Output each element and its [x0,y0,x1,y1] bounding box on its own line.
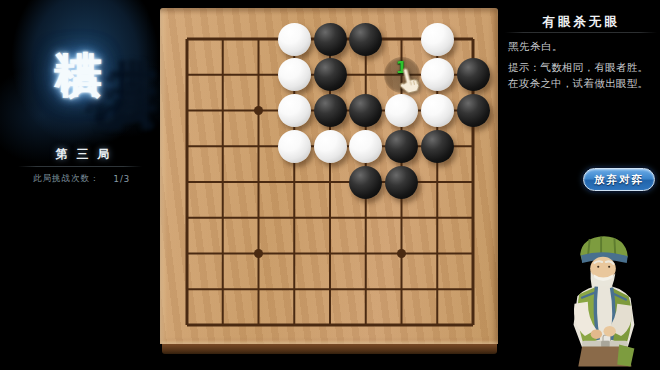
stone-white [278,23,311,56]
attempts-row: 此局挑战次数： 1/3 [33,173,138,185]
round-label: 第三局 [0,146,165,163]
stone-white [278,130,311,163]
stone-white [385,94,418,127]
stone-white [421,58,454,91]
attempts-label: 此局挑战次数： [33,173,100,185]
puzzle-hint: 提示：气数相同，有眼者胜。在攻杀之中，试着做出眼型。 [508,60,657,92]
puzzle-mode-title: 诘棋 [56,12,101,157]
stone-black [314,94,347,127]
stone-white [314,130,347,163]
stone-black [385,166,418,199]
right-divider [505,32,657,33]
stone-white [421,23,454,56]
stone-black [457,58,490,91]
give-up-button[interactable]: 放弃对弈 [583,168,655,191]
stone-black [314,23,347,56]
go-board[interactable]: 1 [160,8,498,354]
game-screen: 诘棋 诘棋 第三局 此局挑战次数： 1/3 1 有眼杀无眼 黑先杀白。 提示：气… [0,0,660,370]
puzzle-objective: 黑先杀白。 [508,40,656,54]
stone-black [385,130,418,163]
stone-white [278,94,311,127]
stone-white [278,58,311,91]
stone-black [314,58,347,91]
attempts-value: 1/3 [114,174,131,184]
left-divider [18,166,142,167]
stone-black [349,166,382,199]
stone-black [349,23,382,56]
board-side-edge [162,344,497,354]
npc-character-illustration [546,228,660,370]
puzzle-title: 有眼杀无眼 [505,14,657,31]
stone-white [349,130,382,163]
hint-marker[interactable]: 1 [384,57,420,93]
stone-white [421,94,454,127]
stone-black [457,94,490,127]
stone-black [421,130,454,163]
